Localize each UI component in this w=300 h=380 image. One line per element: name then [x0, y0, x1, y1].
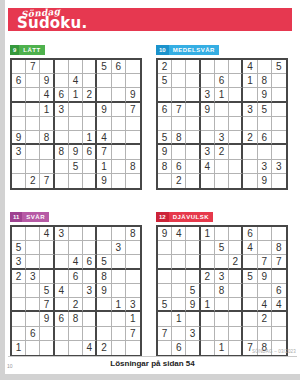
cell-r9c9	[126, 341, 140, 355]
cell-r7c8	[112, 145, 126, 159]
cell-r6c5: 3	[215, 131, 229, 145]
cell-r1c5	[69, 60, 83, 74]
cell-r2c3	[40, 241, 54, 255]
cell-r5c6	[229, 117, 243, 131]
cell-r4c5	[69, 103, 83, 117]
cell-r2c3	[186, 241, 200, 255]
puzzle-number: 10	[156, 45, 169, 55]
cell-r2c4	[55, 74, 69, 88]
cell-r6c9	[272, 131, 286, 145]
cell-r1c2	[26, 227, 40, 241]
cell-r5c4	[55, 117, 69, 131]
cell-r8c1	[12, 160, 26, 174]
cell-r5c1	[158, 117, 172, 131]
cell-r2c4	[201, 241, 215, 255]
cell-r7c6	[83, 312, 97, 326]
cell-r2c7	[97, 74, 111, 88]
cell-r5c8	[258, 284, 272, 298]
cell-r1c4	[201, 60, 215, 74]
cell-r1c4: 3	[55, 227, 69, 241]
cell-r5c3: 5	[40, 284, 54, 298]
cell-r4c2	[26, 103, 40, 117]
cell-r5c3	[40, 117, 54, 131]
cell-r9c7	[243, 174, 257, 188]
cell-r8c5	[69, 327, 83, 341]
cell-r3c7	[243, 255, 257, 269]
cell-r4c6	[83, 103, 97, 117]
cell-r1c8	[112, 227, 126, 241]
cell-r3c4	[201, 255, 215, 269]
cell-r4c1: 2	[12, 270, 26, 284]
difficulty-label: LÄTT	[19, 45, 44, 55]
puzzle-9-latt: 9 LÄTT 756694461291397981438967518279	[10, 38, 142, 190]
cell-r7c5: 8	[69, 312, 83, 326]
cell-r2c1: 5	[158, 74, 172, 88]
cell-r8c6	[83, 327, 97, 341]
cell-r3c9: 9	[126, 88, 140, 102]
cell-r7c1	[158, 312, 172, 326]
puzzle-11-svar: 11 SVÅR 438533465236854397213968167142	[10, 205, 142, 357]
cell-r2c5: 4	[69, 74, 83, 88]
cell-r1c7	[97, 227, 111, 241]
cell-r5c2	[172, 117, 186, 131]
cell-r5c8	[112, 117, 126, 131]
cell-r7c9	[126, 145, 140, 159]
cell-r4c5: 6	[69, 270, 83, 284]
cell-r3c7: 5	[97, 255, 111, 269]
cell-r1c6	[229, 227, 243, 241]
cell-r9c7: 2	[97, 341, 111, 355]
cell-r2c5: 6	[215, 74, 229, 88]
cell-r1c8	[258, 60, 272, 74]
cell-r2c2	[26, 74, 40, 88]
cell-r6c7	[243, 298, 257, 312]
cell-r8c8	[112, 327, 126, 341]
cell-r3c2	[26, 255, 40, 269]
cell-r8c6	[229, 160, 243, 174]
cell-r2c6	[83, 74, 97, 88]
cell-r6c2	[26, 298, 40, 312]
cell-r6c9: 3	[126, 298, 140, 312]
puzzle-number: 11	[10, 212, 22, 222]
cell-r3c4	[55, 255, 69, 269]
cell-r5c7: 9	[97, 284, 111, 298]
cell-r2c8: 8	[258, 74, 272, 88]
cell-r6c7	[97, 298, 111, 312]
cell-r7c2: 1	[172, 312, 186, 326]
cell-r2c8: 3	[112, 241, 126, 255]
cell-r7c3: 9	[40, 312, 54, 326]
cell-r4c3	[40, 270, 54, 284]
difficulty-label: DJÄVULSK	[169, 212, 213, 222]
cell-r7c4	[201, 312, 215, 326]
newspaper-page: Söndag Sudoku. 9 LÄTT 756694461291397981…	[5, 0, 300, 374]
cell-r5c7	[97, 117, 111, 131]
cell-r3c6: 2	[83, 88, 97, 102]
cell-r6c4	[55, 298, 69, 312]
cell-r1c6	[83, 60, 97, 74]
cell-r1c2: 7	[26, 60, 40, 74]
cell-r4c1	[12, 103, 26, 117]
cell-r6c3: 9	[186, 298, 200, 312]
difficulty-label: MEDELSVÅR	[169, 45, 219, 55]
cell-r3c8: 9	[258, 88, 272, 102]
cell-r4c8	[112, 270, 126, 284]
cell-r2c4	[201, 74, 215, 88]
cell-r5c9: 6	[272, 284, 286, 298]
cell-r4c3	[186, 103, 200, 117]
cell-r6c1	[12, 298, 26, 312]
cell-r3c8: 7	[258, 255, 272, 269]
cell-r9c9	[126, 174, 140, 188]
cell-r3c2	[172, 255, 186, 269]
cell-r2c9	[272, 74, 286, 88]
cell-r1c8: 6	[112, 60, 126, 74]
sudoku-board-10: 245561831967935583269328643329	[156, 58, 288, 190]
puzzle-number: 12	[156, 212, 169, 222]
cell-r6c6	[229, 298, 243, 312]
cell-r5c5	[69, 284, 83, 298]
cell-r2c7	[97, 241, 111, 255]
cell-r6c4: 1	[201, 298, 215, 312]
cell-r4c6	[83, 270, 97, 284]
cell-r5c5: 8	[215, 284, 229, 298]
cell-r9c7: 9	[97, 174, 111, 188]
cell-r2c9: 8	[272, 241, 286, 255]
cell-r7c3	[186, 312, 200, 326]
cell-r5c3	[186, 117, 200, 131]
cell-r8c9: 7	[126, 327, 140, 341]
cell-r2c2	[172, 74, 186, 88]
cell-r1c1	[12, 60, 26, 74]
cell-r3c3	[186, 255, 200, 269]
cell-r1c9	[126, 60, 140, 74]
cell-r9c6: 4	[83, 341, 97, 355]
cell-r3c3: 4	[40, 88, 54, 102]
cell-r2c3: 9	[40, 74, 54, 88]
cell-r5c9	[126, 117, 140, 131]
cell-r1c7: 6	[243, 227, 257, 241]
cell-r3c5: 1	[215, 88, 229, 102]
cell-r1c1: 9	[158, 227, 172, 241]
cell-r7c6	[229, 312, 243, 326]
cell-r6c6	[83, 298, 97, 312]
cell-r9c6	[229, 341, 243, 355]
cell-r3c8	[112, 88, 126, 102]
cell-r7c5: 2	[215, 145, 229, 159]
cell-r7c8: 2	[258, 312, 272, 326]
cell-r9c5: 1	[215, 341, 229, 355]
cell-r8c5	[215, 160, 229, 174]
cell-r6c2	[26, 131, 40, 145]
cell-r7c7: 7	[97, 145, 111, 159]
cell-r2c6	[83, 241, 97, 255]
cell-r9c5	[69, 174, 83, 188]
solutions-note: Lösningar på sidan 54	[5, 359, 300, 368]
cell-r5c6	[83, 117, 97, 131]
cell-r2c8	[258, 241, 272, 255]
cell-r3c2	[26, 88, 40, 102]
cell-r6c2	[172, 298, 186, 312]
cell-r4c4: 3	[55, 103, 69, 117]
cell-r9c1	[158, 341, 172, 355]
cell-r8c7: 1	[97, 160, 111, 174]
page-number: 10	[7, 363, 13, 369]
cell-r6c7: 4	[97, 131, 111, 145]
cell-r8c1: 8	[158, 160, 172, 174]
cell-r1c2: 4	[172, 227, 186, 241]
cell-r4c8: 5	[258, 103, 272, 117]
cell-r9c2: 6	[172, 341, 186, 355]
cell-r1c7: 5	[97, 60, 111, 74]
cell-r5c8	[258, 117, 272, 131]
cell-r8c1	[12, 327, 26, 341]
cell-r4c2: 7	[172, 103, 186, 117]
cell-r7c1: 3	[12, 145, 26, 159]
cell-r6c4	[201, 131, 215, 145]
cell-r8c8	[258, 327, 272, 341]
cell-r1c5	[215, 60, 229, 74]
cell-r2c7: 1	[243, 74, 257, 88]
cell-r1c3	[186, 227, 200, 241]
cell-r2c5: 5	[215, 241, 229, 255]
cell-r3c7	[243, 88, 257, 102]
cell-r5c6	[229, 284, 243, 298]
difficulty-badge: 10 MEDELSVÅR	[156, 45, 219, 55]
cell-r8c9	[272, 327, 286, 341]
cell-r8c2	[172, 327, 186, 341]
edition-note: SÖNDAG – 03/2023	[252, 349, 296, 354]
cell-r9c2	[26, 341, 40, 355]
cell-r5c2	[26, 117, 40, 131]
cell-r7c8	[258, 145, 272, 159]
cell-r9c3	[186, 174, 200, 188]
cell-r8c9: 3	[272, 160, 286, 174]
cell-r8c7	[243, 327, 257, 341]
cell-r4c9	[272, 270, 286, 284]
cell-r4c5: 3	[215, 270, 229, 284]
puzzle-number: 9	[10, 45, 19, 55]
footer-divider	[8, 356, 297, 357]
cell-r7c4: 6	[55, 312, 69, 326]
cell-r6c9	[126, 131, 140, 145]
cell-r6c3: 8	[40, 131, 54, 145]
cell-r9c9	[272, 174, 286, 188]
cell-r4c7: 8	[97, 270, 111, 284]
cell-r8c3	[40, 327, 54, 341]
cell-r4c7: 9	[97, 103, 111, 117]
cell-r8c4	[55, 160, 69, 174]
cell-r8c6	[229, 327, 243, 341]
cell-r5c1	[12, 284, 26, 298]
cell-r1c4: 1	[201, 227, 215, 241]
masthead-banner: Söndag Sudoku.	[8, 8, 292, 31]
cell-r3c3	[186, 88, 200, 102]
cell-r6c4	[55, 131, 69, 145]
cell-r7c3	[186, 145, 200, 159]
cell-r7c9	[272, 145, 286, 159]
cell-r3c6: 2	[229, 255, 243, 269]
cell-r4c8	[112, 103, 126, 117]
masthead-title: Sudoku.	[17, 14, 87, 32]
sudoku-board-11: 438533465236854397213968167142	[10, 225, 142, 357]
cell-r5c1	[12, 117, 26, 131]
cell-r9c2: 2	[26, 174, 40, 188]
cell-r8c2: 6	[172, 160, 186, 174]
cell-r8c5: 5	[69, 160, 83, 174]
cell-r9c3	[186, 341, 200, 355]
cell-r7c2	[172, 145, 186, 159]
cell-r4c2	[172, 270, 186, 284]
cell-r7c9: 1	[126, 312, 140, 326]
cell-r6c1: 5	[158, 131, 172, 145]
cell-r8c6	[83, 160, 97, 174]
cell-r8c7	[97, 327, 111, 341]
cell-r8c3: 3	[186, 327, 200, 341]
cell-r5c7	[243, 284, 257, 298]
cell-r7c1: 9	[158, 145, 172, 159]
cell-r9c6	[229, 174, 243, 188]
cell-r7c4: 3	[201, 145, 215, 159]
cell-r4c5	[215, 103, 229, 117]
cell-r7c7	[243, 312, 257, 326]
cell-r8c7	[243, 160, 257, 174]
cell-r5c4	[201, 284, 215, 298]
cell-r7c8	[112, 312, 126, 326]
cell-r1c1	[12, 227, 26, 241]
cell-r8c4	[55, 327, 69, 341]
cell-r7c5: 9	[69, 145, 83, 159]
cell-r7c7	[243, 145, 257, 159]
cell-r3c5: 1	[69, 88, 83, 102]
cell-r8c9: 8	[126, 160, 140, 174]
cell-r5c3: 5	[186, 284, 200, 298]
cell-r6c7: 2	[243, 131, 257, 145]
cell-r3c8	[112, 255, 126, 269]
cell-r1c7: 4	[243, 60, 257, 74]
cell-r3c5: 4	[69, 255, 83, 269]
cell-r1c8	[258, 227, 272, 241]
cell-r4c2: 3	[26, 270, 40, 284]
cell-r9c5	[69, 341, 83, 355]
cell-r6c6: 1	[83, 131, 97, 145]
cell-r1c3	[186, 60, 200, 74]
cell-r2c1: 5	[12, 241, 26, 255]
cell-r6c1: 5	[158, 298, 172, 312]
cell-r5c2	[26, 284, 40, 298]
cell-r8c2	[26, 160, 40, 174]
cell-r4c7: 3	[243, 103, 257, 117]
cell-r7c1	[12, 312, 26, 326]
cell-r3c9	[126, 255, 140, 269]
cell-r9c2: 2	[172, 174, 186, 188]
cell-r1c2	[172, 60, 186, 74]
cell-r9c5	[215, 174, 229, 188]
cell-r3c1	[158, 255, 172, 269]
cell-r3c9: 7	[272, 255, 286, 269]
cell-r8c2: 6	[26, 327, 40, 341]
cell-r5c5	[69, 117, 83, 131]
cell-r7c6	[229, 145, 243, 159]
cell-r2c6	[229, 241, 243, 255]
cell-r6c8	[112, 131, 126, 145]
cell-r3c1: 3	[12, 255, 26, 269]
cell-r4c1	[158, 270, 172, 284]
cell-r6c8: 6	[258, 131, 272, 145]
cell-r2c9	[126, 241, 140, 255]
cell-r4c6	[229, 103, 243, 117]
cell-r9c8: 9	[258, 174, 272, 188]
cell-r2c2	[26, 241, 40, 255]
cell-r5c4	[201, 117, 215, 131]
cell-r3c6	[229, 88, 243, 102]
cell-r6c5: 2	[69, 298, 83, 312]
cell-r5c9	[126, 284, 140, 298]
cell-r7c5	[215, 312, 229, 326]
puzzle-10-medelsvar: 10 MEDELSVÅR 245561831967935583269328643…	[156, 38, 288, 190]
cell-r6c9: 4	[272, 298, 286, 312]
cell-r3c6: 6	[83, 255, 97, 269]
cell-r7c7	[97, 312, 111, 326]
cell-r9c4	[55, 174, 69, 188]
cell-r3c1	[12, 88, 26, 102]
cell-r2c5	[69, 241, 83, 255]
cell-r9c6	[83, 174, 97, 188]
cell-r6c5	[69, 131, 83, 145]
cell-r5c9	[272, 117, 286, 131]
cell-r7c2	[26, 145, 40, 159]
cell-r9c1: 1	[12, 341, 26, 355]
cell-r9c1	[12, 174, 26, 188]
cell-r2c4	[55, 241, 69, 255]
cell-r2c9	[126, 74, 140, 88]
cell-r7c4: 8	[55, 145, 69, 159]
cell-r2c2	[172, 241, 186, 255]
cell-r9c4	[201, 341, 215, 355]
difficulty-badge: 9 LÄTT	[10, 45, 45, 55]
cell-r5c6: 3	[83, 284, 97, 298]
cell-r7c6: 6	[83, 145, 97, 159]
cell-r5c4: 4	[55, 284, 69, 298]
cell-r1c9: 8	[126, 227, 140, 241]
cell-r8c3	[186, 160, 200, 174]
cell-r2c1: 6	[12, 74, 26, 88]
cell-r2c8	[112, 74, 126, 88]
cell-r8c1: 7	[158, 327, 172, 341]
cell-r8c4: 4	[201, 160, 215, 174]
cell-r6c5	[215, 298, 229, 312]
cell-r4c4	[55, 270, 69, 284]
puzzle-12-djavulsk: 12 DJÄVULSK 9416548277235958659144127361…	[156, 205, 288, 357]
cell-r4c4: 9	[201, 103, 215, 117]
cell-r4c6	[229, 270, 243, 284]
cell-r4c3	[186, 270, 200, 284]
cell-r4c3: 1	[40, 103, 54, 117]
cell-r3c3	[40, 255, 54, 269]
cell-r3c4: 3	[201, 88, 215, 102]
cell-r6c1: 9	[12, 131, 26, 145]
cell-r1c5	[69, 227, 83, 241]
cell-r6c2: 8	[172, 131, 186, 145]
cell-r3c2	[172, 88, 186, 102]
cell-r8c4	[201, 327, 215, 341]
cell-r6c6	[229, 131, 243, 145]
cell-r6c3	[186, 131, 200, 145]
cell-r9c3	[40, 341, 54, 355]
cell-r3c7	[97, 88, 111, 102]
cell-r8c5	[215, 327, 229, 341]
difficulty-badge: 11 SVÅR	[10, 212, 49, 222]
